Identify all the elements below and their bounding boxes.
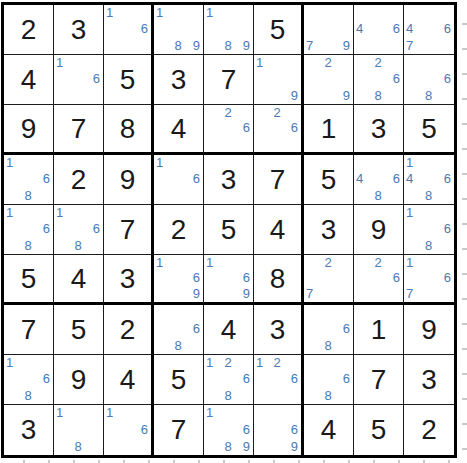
pencil-marks: 468 — [354, 155, 403, 204]
empty-slot — [35, 237, 50, 252]
empty-slot — [335, 337, 350, 352]
cell-r3c8[interactable]: 3 — [354, 105, 404, 155]
empty-slot — [321, 271, 336, 286]
cell-value: 3 — [304, 205, 353, 254]
empty-slot — [321, 71, 336, 86]
empty-slot — [421, 271, 436, 286]
candidate-6: 6 — [85, 71, 100, 86]
cell-value: 3 — [154, 55, 203, 104]
empty-slot — [421, 171, 436, 186]
candidate-7: 7 — [306, 37, 321, 52]
pencil-marks: 1468 — [404, 155, 454, 204]
cell-r6c6[interactable]: 8 — [254, 255, 304, 305]
empty-slot — [206, 135, 221, 150]
pencil-marks: 26 — [204, 105, 253, 152]
empty-slot — [406, 6, 421, 21]
candidate-6: 6 — [85, 221, 100, 236]
cell-r9c6[interactable]: 69 — [254, 405, 304, 455]
cell-value: 5 — [104, 55, 151, 104]
cell-r8c1[interactable]: 168 — [4, 355, 54, 405]
cell-value: 7 — [104, 205, 151, 254]
cell-r8c6[interactable]: 126 — [254, 355, 304, 405]
cell-r7c5[interactable]: 4 — [204, 305, 254, 355]
pencil-marks: 268 — [354, 55, 403, 104]
empty-slot — [235, 21, 250, 36]
empty-slot — [356, 56, 371, 71]
cell-r9c4[interactable]: 7 — [154, 405, 204, 455]
cell-value: 4 — [4, 55, 53, 104]
empty-slot — [270, 371, 284, 386]
empty-slot — [270, 422, 284, 438]
cell-r4c7[interactable]: 5 — [304, 155, 354, 205]
pencil-marks: 68 — [154, 305, 203, 354]
empty-slot — [385, 256, 400, 271]
cell-r8c5[interactable]: 1268 — [204, 355, 254, 405]
cell-r5c5[interactable]: 5 — [204, 205, 254, 255]
empty-slot — [120, 37, 134, 52]
cell-value: 1 — [354, 305, 403, 354]
empty-slot — [270, 406, 284, 422]
candidate-6: 6 — [385, 171, 400, 186]
cell-r5c6[interactable]: 4 — [254, 205, 304, 255]
cell-r3c2[interactable]: 7 — [54, 105, 104, 155]
cell-r5c9[interactable]: 168 — [404, 205, 454, 255]
candidate-6: 6 — [134, 21, 148, 36]
candidate-8: 8 — [21, 187, 36, 202]
empty-slot — [256, 422, 270, 438]
sudoku-board: 2316189189579464674165371929268689784262… — [1, 2, 457, 458]
empty-slot — [221, 406, 236, 422]
pencil-marks: 46 — [354, 5, 403, 54]
cell-r1c8[interactable]: 46 — [354, 5, 404, 55]
pencil-marks: 68 — [304, 355, 353, 404]
cell-r3c1[interactable]: 9 — [4, 105, 54, 155]
cell-value: 9 — [404, 305, 454, 354]
cell-r6c5[interactable]: 169 — [204, 255, 254, 305]
empty-slot — [21, 221, 36, 236]
pencil-marks: 189 — [154, 5, 203, 54]
empty-slot — [206, 37, 221, 52]
empty-slot — [206, 271, 221, 286]
candidate-6: 6 — [436, 71, 451, 86]
cell-value: 7 — [204, 55, 253, 104]
empty-slot — [21, 156, 36, 171]
cell-r3c3[interactable]: 8 — [104, 105, 154, 155]
cell-r2c8[interactable]: 268 — [354, 55, 404, 105]
empty-slot — [235, 356, 250, 371]
pencil-marks: 189 — [204, 5, 253, 54]
candidate-9: 9 — [284, 437, 298, 453]
cell-r1c9[interactable]: 467 — [404, 5, 454, 55]
pencil-marks: 79 — [304, 5, 353, 54]
cell-r1c6[interactable]: 5 — [254, 5, 304, 55]
cell-value: 7 — [54, 105, 103, 152]
cell-r7c1[interactable]: 7 — [4, 305, 54, 355]
empty-slot — [385, 187, 400, 202]
empty-slot — [385, 285, 400, 300]
empty-slot — [284, 406, 298, 422]
cell-r1c2[interactable]: 3 — [54, 5, 104, 55]
cell-r4c4[interactable]: 16 — [154, 155, 204, 205]
empty-slot — [120, 21, 134, 36]
empty-slot — [270, 121, 284, 136]
candidate-8: 8 — [421, 187, 436, 202]
cell-r9c7[interactable]: 4 — [304, 405, 354, 455]
empty-slot — [221, 371, 236, 386]
empty-slot — [256, 387, 270, 402]
empty-slot — [171, 321, 186, 336]
candidate-4: 4 — [406, 21, 421, 36]
empty-slot — [421, 206, 436, 221]
empty-slot — [436, 285, 451, 300]
empty-slot — [306, 21, 321, 36]
cell-r2c3[interactable]: 5 — [104, 55, 154, 105]
empty-slot — [385, 56, 400, 71]
empty-slot — [321, 285, 336, 300]
cell-r5c8[interactable]: 9 — [354, 205, 404, 255]
empty-slot — [56, 422, 71, 438]
cell-r8c8[interactable]: 7 — [354, 355, 404, 405]
empty-slot — [256, 406, 270, 422]
cell-r5c7[interactable]: 3 — [304, 205, 354, 255]
empty-slot — [6, 221, 21, 236]
cell-r5c3[interactable]: 7 — [104, 205, 154, 255]
candidate-6: 6 — [35, 371, 50, 386]
cell-r4c2[interactable]: 2 — [54, 155, 104, 205]
candidate-6: 6 — [235, 271, 250, 286]
candidate-1: 1 — [256, 356, 270, 371]
empty-slot — [371, 271, 386, 286]
empty-slot — [156, 321, 171, 336]
candidate-9: 9 — [185, 37, 200, 52]
empty-slot — [356, 37, 371, 52]
cell-r4c5[interactable]: 3 — [204, 155, 254, 205]
cell-value: 9 — [54, 355, 103, 404]
empty-slot — [185, 6, 200, 21]
candidate-6: 6 — [335, 321, 350, 336]
candidate-2: 2 — [321, 56, 336, 71]
cell-r8c2[interactable]: 9 — [54, 355, 104, 405]
cell-r3c5[interactable]: 26 — [204, 105, 254, 155]
cell-r6c8[interactable]: 26 — [354, 255, 404, 305]
empty-slot — [270, 71, 284, 86]
cell-value: 4 — [154, 105, 203, 152]
empty-slot — [185, 21, 200, 36]
cell-value: 4 — [204, 305, 253, 354]
cell-r6c4[interactable]: 169 — [154, 255, 204, 305]
pencil-marks: 16 — [154, 155, 203, 204]
candidate-2: 2 — [321, 256, 336, 271]
empty-slot — [270, 135, 284, 150]
empty-slot — [106, 37, 120, 52]
empty-slot — [235, 256, 250, 271]
pencil-marks: 26 — [254, 105, 301, 152]
empty-slot — [421, 37, 436, 52]
empty-slot — [71, 422, 86, 438]
candidate-6: 6 — [134, 422, 148, 438]
cell-r1c4[interactable]: 189 — [154, 5, 204, 55]
empty-slot — [256, 121, 270, 136]
cell-r1c1[interactable]: 2 — [4, 5, 54, 55]
cell-r8c9[interactable]: 3 — [404, 355, 454, 405]
cell-r8c3[interactable]: 4 — [104, 355, 154, 405]
cell-r1c7[interactable]: 79 — [304, 5, 354, 55]
empty-slot — [306, 87, 321, 102]
empty-slot — [406, 221, 421, 236]
empty-slot — [356, 187, 371, 202]
cell-r5c1[interactable]: 168 — [4, 205, 54, 255]
cell-r6c7[interactable]: 27 — [304, 255, 354, 305]
empty-slot — [256, 87, 270, 102]
pencil-marks: 1689 — [204, 405, 253, 455]
empty-slot — [56, 237, 71, 252]
cell-value: 4 — [54, 255, 103, 302]
cell-r6c2[interactable]: 4 — [54, 255, 104, 305]
empty-slot — [406, 187, 421, 202]
cell-r7c4[interactable]: 68 — [154, 305, 204, 355]
cell-value: 3 — [404, 355, 454, 404]
cell-r4c8[interactable]: 468 — [354, 155, 404, 205]
empty-slot — [406, 71, 421, 86]
cell-r6c3[interactable]: 3 — [104, 255, 154, 305]
empty-slot — [71, 87, 86, 102]
cell-r5c4[interactable]: 2 — [154, 205, 204, 255]
empty-slot — [421, 6, 436, 21]
cell-r7c7[interactable]: 68 — [304, 305, 354, 355]
empty-slot — [156, 37, 171, 52]
empty-slot — [306, 371, 321, 386]
candidate-6: 6 — [436, 21, 451, 36]
candidate-1: 1 — [156, 156, 171, 171]
empty-slot — [120, 437, 134, 453]
candidate-6: 6 — [185, 321, 200, 336]
empty-slot — [206, 285, 221, 300]
cell-r9c5[interactable]: 1689 — [204, 405, 254, 455]
cell-r7c3[interactable]: 2 — [104, 305, 154, 355]
empty-slot — [6, 171, 21, 186]
candidate-8: 8 — [21, 237, 36, 252]
empty-slot — [306, 271, 321, 286]
cell-r6c9[interactable]: 167 — [404, 255, 454, 305]
pencil-marks: 467 — [404, 5, 454, 54]
candidate-6: 6 — [436, 171, 451, 186]
cell-value: 2 — [104, 305, 151, 354]
empty-slot — [421, 56, 436, 71]
empty-slot — [306, 356, 321, 371]
cell-r7c8[interactable]: 1 — [354, 305, 404, 355]
empty-slot — [321, 21, 336, 36]
candidate-8: 8 — [71, 437, 86, 453]
cell-r2c2[interactable]: 16 — [54, 55, 104, 105]
empty-slot — [406, 271, 421, 286]
candidate-2: 2 — [371, 256, 386, 271]
cell-r2c6[interactable]: 19 — [254, 55, 304, 105]
empty-slot — [356, 6, 371, 21]
cell-value: 5 — [4, 255, 53, 302]
cell-r7c2[interactable]: 5 — [54, 305, 104, 355]
empty-slot — [206, 371, 221, 386]
empty-slot — [134, 437, 148, 453]
cell-r1c5[interactable]: 189 — [204, 5, 254, 55]
pencil-marks: 126 — [254, 355, 301, 404]
empty-slot — [221, 422, 236, 438]
empty-slot — [306, 337, 321, 352]
cell-r1c3[interactable]: 16 — [104, 5, 154, 55]
candidate-6: 6 — [385, 271, 400, 286]
candidate-6: 6 — [436, 221, 451, 236]
cell-r3c7[interactable]: 1 — [304, 105, 354, 155]
candidate-8: 8 — [71, 237, 86, 252]
candidate-6: 6 — [284, 422, 298, 438]
cell-r9c3[interactable]: 16 — [104, 405, 154, 455]
pencil-marks: 168 — [54, 205, 103, 254]
empty-slot — [221, 6, 236, 21]
candidate-6: 6 — [436, 271, 451, 286]
candidate-1: 1 — [206, 6, 221, 21]
cell-r8c4[interactable]: 5 — [154, 355, 204, 405]
candidate-9: 9 — [235, 285, 250, 300]
empty-slot — [284, 56, 298, 71]
cell-value: 4 — [104, 355, 151, 404]
empty-slot — [106, 422, 120, 438]
cell-r9c9[interactable]: 2 — [404, 405, 454, 455]
candidate-8: 8 — [171, 337, 186, 352]
cell-r9c1[interactable]: 3 — [4, 405, 54, 455]
pencil-marks: 68 — [404, 55, 454, 104]
cell-r4c3[interactable]: 9 — [104, 155, 154, 205]
cell-r2c1[interactable]: 4 — [4, 55, 54, 105]
cell-r6c1[interactable]: 5 — [4, 255, 54, 305]
empty-slot — [256, 71, 270, 86]
empty-slot — [56, 87, 71, 102]
candidate-1: 1 — [206, 256, 221, 271]
cell-r2c7[interactable]: 29 — [304, 55, 354, 105]
pencil-marks: 68 — [304, 305, 353, 354]
cell-value: 8 — [104, 105, 151, 152]
cell-r4c6[interactable]: 7 — [254, 155, 304, 205]
empty-slot — [134, 406, 148, 422]
empty-slot — [221, 271, 236, 286]
empty-slot — [421, 71, 436, 86]
candidate-6: 6 — [284, 121, 298, 136]
cell-value: 9 — [4, 105, 53, 152]
cell-r3c6[interactable]: 26 — [254, 105, 304, 155]
empty-slot — [321, 306, 336, 321]
empty-slot — [356, 271, 371, 286]
empty-slot — [235, 387, 250, 402]
empty-slot — [85, 87, 100, 102]
cell-r3c9[interactable]: 5 — [404, 105, 454, 155]
empty-slot — [284, 71, 298, 86]
candidate-8: 8 — [221, 437, 236, 453]
pencil-marks: 168 — [404, 205, 454, 254]
cell-value: 3 — [4, 405, 53, 455]
empty-slot — [356, 256, 371, 271]
empty-slot — [436, 156, 451, 171]
candidate-6: 6 — [235, 121, 250, 136]
empty-slot — [21, 206, 36, 221]
empty-slot — [270, 56, 284, 71]
cell-r2c5[interactable]: 7 — [204, 55, 254, 105]
empty-slot — [185, 306, 200, 321]
cell-value: 5 — [254, 5, 301, 54]
cell-r7c6[interactable]: 3 — [254, 305, 304, 355]
empty-slot — [321, 87, 336, 102]
candidate-1: 1 — [56, 406, 71, 422]
cell-value: 5 — [354, 405, 403, 455]
empty-slot — [85, 206, 100, 221]
empty-slot — [356, 71, 371, 86]
cell-r5c2[interactable]: 168 — [54, 205, 104, 255]
cell-r8c7[interactable]: 68 — [304, 355, 354, 405]
empty-slot — [156, 306, 171, 321]
empty-slot — [206, 21, 221, 36]
empty-slot — [6, 187, 21, 202]
empty-slot — [436, 187, 451, 202]
empty-slot — [235, 135, 250, 150]
candidate-1: 1 — [6, 356, 21, 371]
candidate-1: 1 — [156, 6, 171, 21]
empty-slot — [306, 306, 321, 321]
empty-slot — [335, 387, 350, 402]
cell-value: 7 — [354, 355, 403, 404]
empty-slot — [206, 387, 221, 402]
candidate-1: 1 — [406, 256, 421, 271]
empty-slot — [221, 256, 236, 271]
empty-slot — [421, 21, 436, 36]
cell-r3c4[interactable]: 4 — [154, 105, 204, 155]
cell-r2c9[interactable]: 68 — [404, 55, 454, 105]
empty-slot — [306, 6, 321, 21]
pencil-marks: 169 — [204, 255, 253, 302]
empty-slot — [21, 171, 36, 186]
cell-r2c4[interactable]: 3 — [154, 55, 204, 105]
empty-slot — [71, 56, 86, 71]
empty-slot — [371, 171, 386, 186]
candidate-9: 9 — [284, 87, 298, 102]
empty-slot — [436, 206, 451, 221]
empty-slot — [385, 156, 400, 171]
empty-slot — [371, 21, 386, 36]
empty-slot — [235, 6, 250, 21]
cell-r9c8[interactable]: 5 — [354, 405, 404, 455]
cell-value: 3 — [54, 5, 103, 54]
cell-r9c2[interactable]: 18 — [54, 405, 104, 455]
empty-slot — [371, 37, 386, 52]
cell-value: 2 — [4, 5, 53, 54]
cell-value: 7 — [154, 405, 203, 455]
pencil-marks: 27 — [304, 255, 353, 302]
cell-r4c9[interactable]: 1468 — [404, 155, 454, 205]
empty-slot — [321, 321, 336, 336]
candidate-6: 6 — [185, 171, 200, 186]
empty-slot — [85, 437, 100, 453]
candidate-1: 1 — [6, 156, 21, 171]
candidate-4: 4 — [356, 21, 371, 36]
spreadsheet-ticks-right — [462, 0, 467, 463]
empty-slot — [306, 56, 321, 71]
candidate-8: 8 — [221, 37, 236, 52]
candidate-6: 6 — [235, 371, 250, 386]
empty-slot — [371, 156, 386, 171]
pencil-marks: 19 — [254, 55, 301, 104]
cell-r4c1[interactable]: 168 — [4, 155, 54, 205]
cell-r7c9[interactable]: 9 — [404, 305, 454, 355]
candidate-1: 1 — [156, 256, 171, 271]
empty-slot — [185, 156, 200, 171]
candidate-6: 6 — [35, 221, 50, 236]
candidate-1: 1 — [406, 156, 421, 171]
